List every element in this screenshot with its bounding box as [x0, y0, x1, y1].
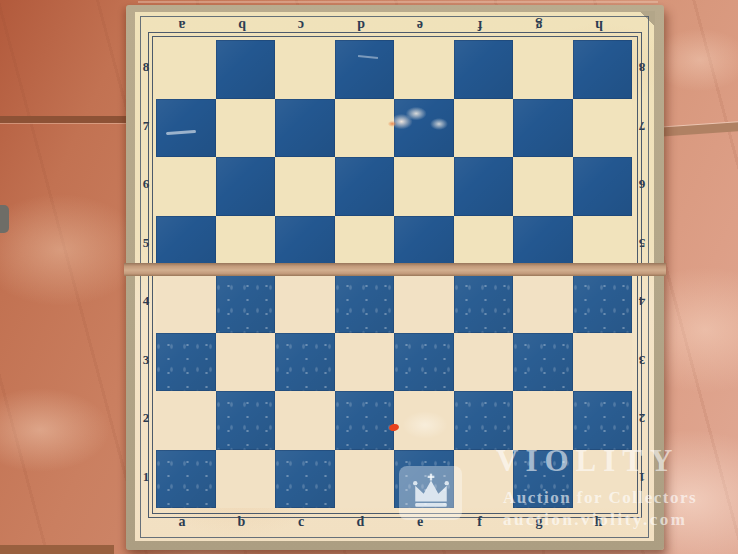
file-label-top-h: h [595, 17, 603, 33]
chessboard: abcdefghabcdefgh8765432187654321 [126, 5, 664, 550]
square-h4 [573, 274, 633, 333]
square-f1 [454, 450, 514, 509]
square-g7 [513, 99, 573, 158]
rank-label-left-5: 5 [138, 235, 154, 251]
square-b2 [216, 391, 276, 450]
file-label-top-a: a [179, 17, 186, 33]
square-f8 [454, 40, 514, 99]
square-c4 [275, 274, 335, 333]
square-c3 [275, 333, 335, 392]
square-d2 [335, 391, 395, 450]
rank-label-left-4: 4 [138, 293, 154, 309]
file-label-bottom-c: c [298, 514, 304, 530]
rank-label-right-2: 2 [634, 410, 650, 426]
square-a2 [156, 391, 216, 450]
rank-label-left-1: 1 [138, 469, 154, 485]
file-label-bottom-b: b [238, 514, 246, 530]
square-b7 [216, 99, 276, 158]
square-b6 [216, 157, 276, 216]
tile-grout-line-top [138, 1, 658, 3]
square-f3 [454, 333, 514, 392]
square-a3 [156, 333, 216, 392]
square-c2 [275, 391, 335, 450]
square-g6 [513, 157, 573, 216]
square-f6 [454, 157, 514, 216]
square-h6 [573, 157, 633, 216]
file-label-bottom-e: e [417, 514, 423, 530]
square-c7 [275, 99, 335, 158]
square-d8 [335, 40, 395, 99]
square-g2 [513, 391, 573, 450]
file-label-bottom-d: d [357, 514, 365, 530]
square-e8 [394, 40, 454, 99]
file-label-bottom-f: f [477, 514, 482, 530]
rank-label-right-3: 3 [634, 352, 650, 368]
rank-label-left-6: 6 [138, 176, 154, 192]
square-f4 [454, 274, 514, 333]
rank-label-left-3: 3 [138, 352, 154, 368]
rank-label-left-7: 7 [138, 118, 154, 134]
square-c1 [275, 450, 335, 509]
square-b4 [216, 274, 276, 333]
square-g4 [513, 274, 573, 333]
square-g8 [513, 40, 573, 99]
tile-grout-line-right [658, 122, 738, 137]
square-a7 [156, 99, 216, 158]
square-d6 [335, 157, 395, 216]
square-a8 [156, 40, 216, 99]
file-label-bottom-a: a [179, 514, 186, 530]
square-e3 [394, 333, 454, 392]
square-h3 [573, 333, 633, 392]
file-label-top-d: d [357, 17, 365, 33]
square-f7 [454, 99, 514, 158]
square-f2 [454, 391, 514, 450]
file-label-top-e: e [417, 17, 423, 33]
rank-label-left-2: 2 [138, 410, 154, 426]
square-e2 [394, 391, 454, 450]
square-a6 [156, 157, 216, 216]
rank-label-right-1: 1 [634, 469, 650, 485]
square-h1 [573, 450, 633, 509]
square-d7 [335, 99, 395, 158]
square-c8 [275, 40, 335, 99]
square-e4 [394, 274, 454, 333]
square-a1 [156, 450, 216, 509]
square-b3 [216, 333, 276, 392]
rank-label-right-7: 7 [634, 118, 650, 134]
square-a4 [156, 274, 216, 333]
object-at-left-edge [0, 205, 9, 233]
photo-scene: abcdefghabcdefgh8765432187654321 VIOLITY… [0, 0, 738, 554]
square-b8 [216, 40, 276, 99]
file-label-top-b: b [238, 17, 246, 33]
square-g3 [513, 333, 573, 392]
file-label-bottom-h: h [595, 514, 603, 530]
square-h7 [573, 99, 633, 158]
square-d3 [335, 333, 395, 392]
file-label-bottom-g: g [536, 514, 543, 530]
rank-label-right-5: 5 [634, 235, 650, 251]
square-e1 [394, 450, 454, 509]
square-e7 [394, 99, 454, 158]
fold-crease [124, 263, 666, 276]
rank-label-right-8: 8 [634, 59, 650, 75]
square-h2 [573, 391, 633, 450]
rank-label-left-8: 8 [138, 59, 154, 75]
square-h8 [573, 40, 633, 99]
square-g1 [513, 450, 573, 509]
file-label-top-c: c [298, 17, 304, 33]
file-label-top-f: f [477, 17, 482, 33]
rank-label-right-4: 4 [634, 293, 650, 309]
tile-grout-line-bottom [0, 545, 114, 554]
worn-corner [640, 11, 655, 26]
square-d1 [335, 450, 395, 509]
file-label-top-g: g [536, 17, 543, 33]
square-d4 [335, 274, 395, 333]
square-e6 [394, 157, 454, 216]
tile-grout-line-left [0, 116, 127, 123]
rank-label-right-6: 6 [634, 176, 650, 192]
square-c6 [275, 157, 335, 216]
square-b1 [216, 450, 276, 509]
